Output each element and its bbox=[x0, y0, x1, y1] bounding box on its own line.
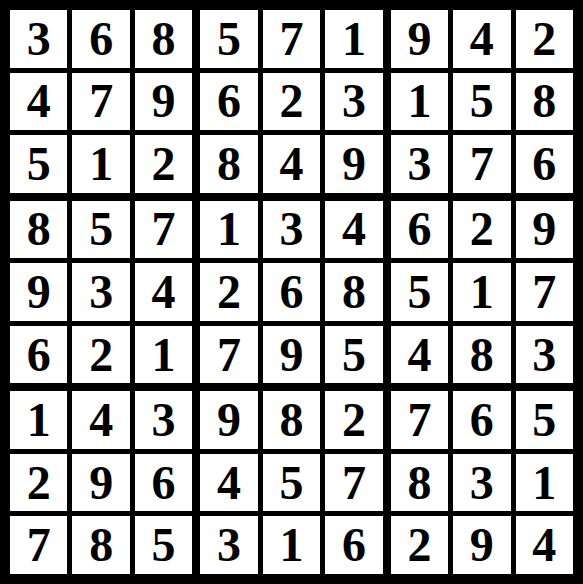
sudoku-block-1: 368479512 bbox=[10, 10, 192, 193]
sudoku-cell-r5c9[interactable]: 7 bbox=[516, 263, 573, 321]
sudoku-cell-r9c2[interactable]: 8 bbox=[72, 516, 129, 574]
sudoku-cell-r5c6[interactable]: 8 bbox=[325, 263, 382, 321]
sudoku-cell-r9c8[interactable]: 9 bbox=[453, 516, 510, 574]
sudoku-cell-r2c9[interactable]: 8 bbox=[516, 73, 573, 131]
sudoku-cell-r9c5[interactable]: 1 bbox=[263, 516, 320, 574]
sudoku-cell-r9c7[interactable]: 2 bbox=[391, 516, 448, 574]
sudoku-block-2: 571623849 bbox=[200, 10, 382, 193]
sudoku-cell-r1c4[interactable]: 5 bbox=[200, 10, 257, 68]
sudoku-cell-r4c2[interactable]: 5 bbox=[72, 201, 129, 259]
sudoku-block-5: 134268795 bbox=[200, 201, 382, 384]
sudoku-cell-r8c2[interactable]: 9 bbox=[72, 454, 129, 512]
sudoku-cell-r6c2[interactable]: 2 bbox=[72, 326, 129, 384]
sudoku-cell-r1c7[interactable]: 9 bbox=[391, 10, 448, 68]
sudoku-cell-r5c5[interactable]: 6 bbox=[263, 263, 320, 321]
sudoku-cell-r7c9[interactable]: 5 bbox=[516, 391, 573, 449]
sudoku-cell-r7c6[interactable]: 2 bbox=[325, 391, 382, 449]
sudoku-cell-r2c3[interactable]: 9 bbox=[135, 73, 192, 131]
sudoku-cell-r3c2[interactable]: 1 bbox=[72, 135, 129, 193]
sudoku-cell-r9c4[interactable]: 3 bbox=[200, 516, 257, 574]
sudoku-cell-r1c2[interactable]: 6 bbox=[72, 10, 129, 68]
sudoku-cell-r7c8[interactable]: 6 bbox=[453, 391, 510, 449]
sudoku-cell-r7c3[interactable]: 3 bbox=[135, 391, 192, 449]
sudoku-cell-r1c1[interactable]: 3 bbox=[10, 10, 67, 68]
sudoku-cell-r4c4[interactable]: 1 bbox=[200, 201, 257, 259]
sudoku-cell-r1c8[interactable]: 4 bbox=[453, 10, 510, 68]
sudoku-board: 3684795125716238499421583768579346211342… bbox=[0, 0, 583, 584]
sudoku-cell-r4c7[interactable]: 6 bbox=[391, 201, 448, 259]
sudoku-cell-r8c7[interactable]: 8 bbox=[391, 454, 448, 512]
sudoku-cell-r5c1[interactable]: 9 bbox=[10, 263, 67, 321]
sudoku-cell-r2c6[interactable]: 3 bbox=[325, 73, 382, 131]
sudoku-cell-r4c3[interactable]: 7 bbox=[135, 201, 192, 259]
sudoku-cell-r7c1[interactable]: 1 bbox=[10, 391, 67, 449]
sudoku-cell-r3c8[interactable]: 7 bbox=[453, 135, 510, 193]
sudoku-cell-r4c9[interactable]: 9 bbox=[516, 201, 573, 259]
sudoku-cell-r4c1[interactable]: 8 bbox=[10, 201, 67, 259]
sudoku-cell-r6c9[interactable]: 3 bbox=[516, 326, 573, 384]
sudoku-cell-r5c8[interactable]: 1 bbox=[453, 263, 510, 321]
sudoku-cell-r4c6[interactable]: 4 bbox=[325, 201, 382, 259]
sudoku-cell-r1c9[interactable]: 2 bbox=[516, 10, 573, 68]
sudoku-cell-r7c7[interactable]: 7 bbox=[391, 391, 448, 449]
sudoku-cell-r6c6[interactable]: 5 bbox=[325, 326, 382, 384]
sudoku-cell-r3c7[interactable]: 3 bbox=[391, 135, 448, 193]
sudoku-block-6: 629517483 bbox=[391, 201, 573, 384]
sudoku-cell-r8c3[interactable]: 6 bbox=[135, 454, 192, 512]
sudoku-cell-r2c8[interactable]: 5 bbox=[453, 73, 510, 131]
sudoku-cell-r5c3[interactable]: 4 bbox=[135, 263, 192, 321]
sudoku-block-4: 857934621 bbox=[10, 201, 192, 384]
sudoku-cell-r2c5[interactable]: 2 bbox=[263, 73, 320, 131]
sudoku-cell-r9c6[interactable]: 6 bbox=[325, 516, 382, 574]
sudoku-cell-r6c1[interactable]: 6 bbox=[10, 326, 67, 384]
sudoku-cell-r8c9[interactable]: 1 bbox=[516, 454, 573, 512]
sudoku-cell-r4c5[interactable]: 3 bbox=[263, 201, 320, 259]
sudoku-cell-r1c5[interactable]: 7 bbox=[263, 10, 320, 68]
sudoku-cell-r4c8[interactable]: 2 bbox=[453, 201, 510, 259]
sudoku-cell-r9c9[interactable]: 4 bbox=[516, 516, 573, 574]
sudoku-cell-r6c7[interactable]: 4 bbox=[391, 326, 448, 384]
sudoku-block-3: 942158376 bbox=[391, 10, 573, 193]
sudoku-cell-r7c4[interactable]: 9 bbox=[200, 391, 257, 449]
sudoku-cell-r1c3[interactable]: 8 bbox=[135, 10, 192, 68]
sudoku-cell-r2c1[interactable]: 4 bbox=[10, 73, 67, 131]
sudoku-cell-r8c8[interactable]: 3 bbox=[453, 454, 510, 512]
sudoku-cell-r5c7[interactable]: 5 bbox=[391, 263, 448, 321]
sudoku-cell-r7c5[interactable]: 8 bbox=[263, 391, 320, 449]
sudoku-cell-r6c4[interactable]: 7 bbox=[200, 326, 257, 384]
sudoku-cell-r7c2[interactable]: 4 bbox=[72, 391, 129, 449]
sudoku-cell-r6c5[interactable]: 9 bbox=[263, 326, 320, 384]
sudoku-cell-r2c7[interactable]: 1 bbox=[391, 73, 448, 131]
sudoku-cell-r3c5[interactable]: 4 bbox=[263, 135, 320, 193]
sudoku-cell-r6c3[interactable]: 1 bbox=[135, 326, 192, 384]
sudoku-cell-r3c4[interactable]: 8 bbox=[200, 135, 257, 193]
sudoku-cell-r3c6[interactable]: 9 bbox=[325, 135, 382, 193]
sudoku-cell-r3c9[interactable]: 6 bbox=[516, 135, 573, 193]
sudoku-cell-r8c5[interactable]: 5 bbox=[263, 454, 320, 512]
sudoku-cell-r6c8[interactable]: 8 bbox=[453, 326, 510, 384]
sudoku-cell-r5c4[interactable]: 2 bbox=[200, 263, 257, 321]
sudoku-cell-r3c1[interactable]: 5 bbox=[10, 135, 67, 193]
sudoku-cell-r8c6[interactable]: 7 bbox=[325, 454, 382, 512]
sudoku-cell-r5c2[interactable]: 3 bbox=[72, 263, 129, 321]
sudoku-cell-r2c4[interactable]: 6 bbox=[200, 73, 257, 131]
sudoku-cell-r1c6[interactable]: 1 bbox=[325, 10, 382, 68]
sudoku-cell-r2c2[interactable]: 7 bbox=[72, 73, 129, 131]
sudoku-block-9: 765831294 bbox=[391, 391, 573, 574]
sudoku-cell-r9c3[interactable]: 5 bbox=[135, 516, 192, 574]
sudoku-block-8: 982457316 bbox=[200, 391, 382, 574]
sudoku-cell-r8c4[interactable]: 4 bbox=[200, 454, 257, 512]
sudoku-cell-r9c1[interactable]: 7 bbox=[10, 516, 67, 574]
sudoku-block-7: 143296785 bbox=[10, 391, 192, 574]
sudoku-cell-r3c3[interactable]: 2 bbox=[135, 135, 192, 193]
sudoku-cell-r8c1[interactable]: 2 bbox=[10, 454, 67, 512]
